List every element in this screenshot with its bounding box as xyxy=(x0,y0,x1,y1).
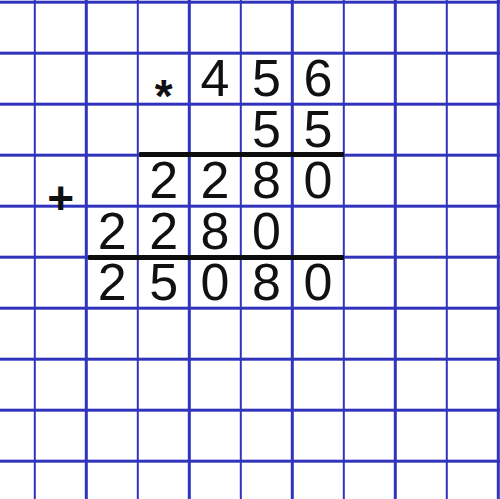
multiply-operator: * xyxy=(138,71,189,122)
multiplication-rule-line xyxy=(139,152,344,157)
squared-paper-sheet: *456552280+228025080 xyxy=(0,0,500,499)
digit-cell: 0 xyxy=(292,257,343,308)
digit-cell: 2 xyxy=(86,257,137,308)
worksheet-grid: *456552280+228025080 xyxy=(35,2,498,461)
digit-cell: 2 xyxy=(138,206,189,257)
digit-cell: 8 xyxy=(241,257,292,308)
digit-cell: 2 xyxy=(189,155,240,206)
digit-cell: 4 xyxy=(189,53,240,104)
digit-cell: 8 xyxy=(241,155,292,206)
addition-rule-line xyxy=(88,255,344,260)
digit-cell: 5 xyxy=(292,104,343,155)
digit-cell: 8 xyxy=(189,206,240,257)
digit-cell: 6 xyxy=(292,53,343,104)
digit-cell: 5 xyxy=(241,104,292,155)
plus-operator: + xyxy=(35,173,86,224)
digit-cell: 5 xyxy=(241,53,292,104)
digit-cell: 0 xyxy=(292,155,343,206)
digit-cell: 5 xyxy=(138,257,189,308)
digit-cell: 2 xyxy=(138,155,189,206)
digit-cell: 0 xyxy=(241,206,292,257)
digit-cell: 0 xyxy=(189,257,240,308)
digit-cell: 2 xyxy=(86,206,137,257)
